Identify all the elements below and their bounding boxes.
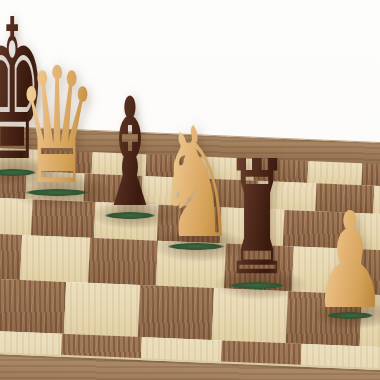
square-c4[interactable] [64,282,140,337]
white-queen[interactable]: ♛ [17,47,98,208]
square-b5[interactable] [20,235,90,283]
square-b4[interactable] [0,279,66,334]
square-g8[interactable] [307,161,362,185]
board-squares [6,0,380,16]
black-rook[interactable]: ♜ [225,141,290,299]
square-d4[interactable] [138,285,214,340]
white-pawn[interactable]: ♟ [313,195,380,328]
black-bishop[interactable]: ♝ [99,79,162,229]
square-a5[interactable] [0,232,22,280]
chess-product-photo: ♚♛♝♞♜♟ [0,0,380,380]
square-c5[interactable] [88,238,158,286]
